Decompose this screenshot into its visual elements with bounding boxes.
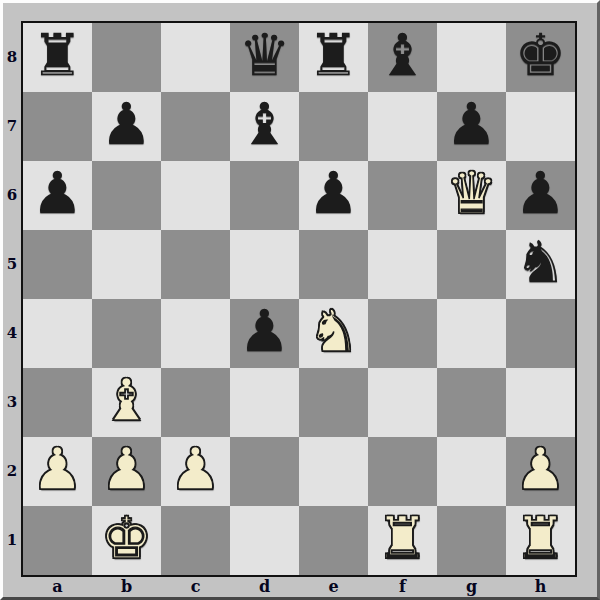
- rank-label-5: 5: [3, 230, 21, 299]
- rank-label-6: 6: [3, 161, 21, 230]
- file-label-d: d: [230, 577, 299, 597]
- square-b4[interactable]: [92, 299, 161, 368]
- square-e2[interactable]: [299, 437, 368, 506]
- file-label-b: b: [92, 577, 161, 597]
- square-f5[interactable]: [368, 230, 437, 299]
- square-d1[interactable]: [230, 506, 299, 575]
- square-b6[interactable]: [92, 161, 161, 230]
- square-a4[interactable]: [23, 299, 92, 368]
- square-g5[interactable]: [437, 230, 506, 299]
- file-label-g: g: [437, 577, 506, 597]
- square-f2[interactable]: [368, 437, 437, 506]
- rank-label-8: 8: [3, 23, 21, 92]
- file-label-c: c: [161, 577, 230, 597]
- piece-black-king[interactable]: ♚: [515, 23, 567, 90]
- piece-black-knight[interactable]: ♞: [515, 230, 567, 297]
- piece-black-pawn[interactable]: ♟: [32, 161, 84, 228]
- piece-white-pawn[interactable]: ♟: [515, 437, 567, 504]
- rank-label-7: 7: [3, 92, 21, 161]
- square-h6[interactable]: ♟: [506, 161, 575, 230]
- piece-white-rook[interactable]: ♜: [377, 506, 429, 573]
- square-c6[interactable]: [161, 161, 230, 230]
- square-h7[interactable]: [506, 92, 575, 161]
- square-d7[interactable]: ♝: [230, 92, 299, 161]
- square-f3[interactable]: [368, 368, 437, 437]
- square-g3[interactable]: [437, 368, 506, 437]
- square-b5[interactable]: [92, 230, 161, 299]
- piece-black-pawn[interactable]: ♟: [515, 161, 567, 228]
- square-b3[interactable]: ♝: [92, 368, 161, 437]
- square-a3[interactable]: [23, 368, 92, 437]
- piece-black-pawn[interactable]: ♟: [239, 299, 291, 366]
- square-d5[interactable]: [230, 230, 299, 299]
- square-f7[interactable]: [368, 92, 437, 161]
- square-a2[interactable]: ♟: [23, 437, 92, 506]
- square-h1[interactable]: ♜: [506, 506, 575, 575]
- piece-black-bishop[interactable]: ♝: [377, 23, 429, 90]
- square-d3[interactable]: [230, 368, 299, 437]
- rank-label-2: 2: [3, 437, 21, 506]
- piece-white-rook[interactable]: ♜: [515, 506, 567, 573]
- square-e5[interactable]: [299, 230, 368, 299]
- square-d6[interactable]: [230, 161, 299, 230]
- square-g7[interactable]: ♟: [437, 92, 506, 161]
- piece-black-pawn[interactable]: ♟: [101, 92, 153, 159]
- piece-black-rook[interactable]: ♜: [32, 23, 84, 90]
- square-a1[interactable]: [23, 506, 92, 575]
- piece-black-bishop[interactable]: ♝: [239, 92, 291, 159]
- piece-white-pawn[interactable]: ♟: [32, 437, 84, 504]
- square-a7[interactable]: [23, 92, 92, 161]
- square-c3[interactable]: [161, 368, 230, 437]
- square-g6[interactable]: ♛: [437, 161, 506, 230]
- rank-label-3: 3: [3, 368, 21, 437]
- piece-black-pawn[interactable]: ♟: [308, 161, 360, 228]
- square-c2[interactable]: ♟: [161, 437, 230, 506]
- file-label-a: a: [23, 577, 92, 597]
- square-e6[interactable]: ♟: [299, 161, 368, 230]
- rank-label-4: 4: [3, 299, 21, 368]
- square-e1[interactable]: [299, 506, 368, 575]
- square-e4[interactable]: ♞: [299, 299, 368, 368]
- file-label-f: f: [368, 577, 437, 597]
- square-d2[interactable]: [230, 437, 299, 506]
- piece-black-rook[interactable]: ♜: [308, 23, 360, 90]
- piece-white-queen[interactable]: ♛: [446, 161, 498, 228]
- square-f8[interactable]: ♝: [368, 23, 437, 92]
- square-b1[interactable]: ♚: [92, 506, 161, 575]
- square-h4[interactable]: [506, 299, 575, 368]
- square-a5[interactable]: [23, 230, 92, 299]
- file-label-h: h: [506, 577, 575, 597]
- square-a6[interactable]: ♟: [23, 161, 92, 230]
- square-b2[interactable]: ♟: [92, 437, 161, 506]
- rank-label-1: 1: [3, 506, 21, 575]
- square-d8[interactable]: ♛: [230, 23, 299, 92]
- square-f4[interactable]: [368, 299, 437, 368]
- square-f1[interactable]: ♜: [368, 506, 437, 575]
- square-g4[interactable]: [437, 299, 506, 368]
- square-a8[interactable]: ♜: [23, 23, 92, 92]
- square-g8[interactable]: [437, 23, 506, 92]
- square-f6[interactable]: [368, 161, 437, 230]
- piece-black-pawn[interactable]: ♟: [446, 92, 498, 159]
- square-b7[interactable]: ♟: [92, 92, 161, 161]
- piece-white-pawn[interactable]: ♟: [170, 437, 222, 504]
- chess-board: ♜♛♜♝♚♟♝♟♟♟♛♟♞♟♞♝♟♟♟♟♚♜♜: [21, 21, 577, 577]
- square-c8[interactable]: [161, 23, 230, 92]
- board-frame: ♜♛♜♝♚♟♝♟♟♟♛♟♞♟♞♝♟♟♟♟♚♜♜ 87654321 abcdefg…: [0, 0, 600, 600]
- piece-black-queen[interactable]: ♛: [239, 23, 291, 90]
- square-h3[interactable]: [506, 368, 575, 437]
- square-g1[interactable]: [437, 506, 506, 575]
- square-g2[interactable]: [437, 437, 506, 506]
- square-h5[interactable]: ♞: [506, 230, 575, 299]
- square-e8[interactable]: ♜: [299, 23, 368, 92]
- piece-white-pawn[interactable]: ♟: [101, 437, 153, 504]
- square-e7[interactable]: [299, 92, 368, 161]
- square-c4[interactable]: [161, 299, 230, 368]
- square-h2[interactable]: ♟: [506, 437, 575, 506]
- square-h8[interactable]: ♚: [506, 23, 575, 92]
- square-e3[interactable]: [299, 368, 368, 437]
- square-c7[interactable]: [161, 92, 230, 161]
- square-d4[interactable]: ♟: [230, 299, 299, 368]
- square-b8[interactable]: [92, 23, 161, 92]
- square-c5[interactable]: [161, 230, 230, 299]
- square-c1[interactable]: [161, 506, 230, 575]
- piece-white-bishop[interactable]: ♝: [101, 368, 153, 435]
- piece-white-knight[interactable]: ♞: [308, 299, 360, 366]
- file-label-e: e: [299, 577, 368, 597]
- piece-white-king[interactable]: ♚: [101, 506, 153, 573]
